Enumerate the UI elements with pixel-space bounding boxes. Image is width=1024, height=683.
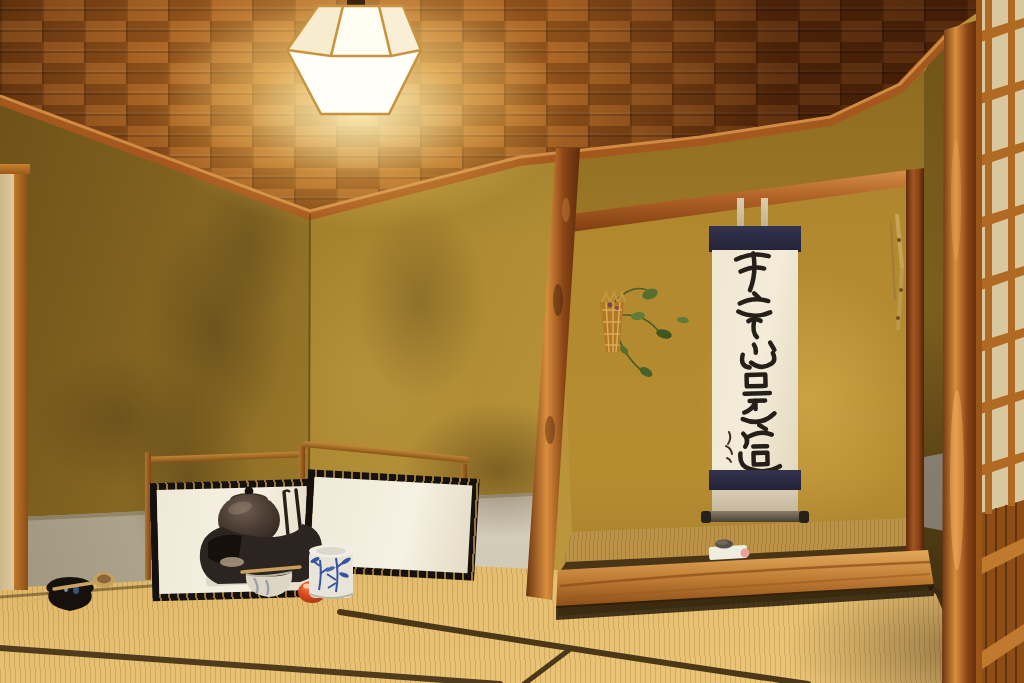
bamboo-hanger — [891, 214, 903, 330]
scroll-tail — [712, 490, 798, 512]
shoji-lattice-door — [976, 0, 1024, 683]
door-post — [942, 20, 978, 683]
ceiling-lantern — [283, 0, 425, 124]
tea-bowl — [240, 562, 304, 604]
alcove-right-post — [906, 168, 924, 560]
fusuma-top-rail — [0, 164, 30, 174]
pink-sweet — [741, 549, 750, 558]
platform-items — [704, 534, 764, 568]
hanging-scroll: 平常心是道 — [709, 212, 801, 528]
fusuma-frame — [14, 170, 28, 590]
shoji-paper — [978, 0, 1024, 514]
scroll-signature — [722, 430, 736, 464]
tokonoma-corner-post — [526, 148, 580, 600]
scroll-roller-knob — [799, 511, 809, 523]
hanging-flower-basket — [580, 272, 690, 402]
door-stile — [976, 0, 982, 683]
scroll-roller — [704, 511, 806, 522]
water-jar — [306, 542, 356, 604]
scroll-roller-knob — [701, 511, 711, 523]
tea-room-photo: 平常心是道 — [0, 0, 1024, 683]
scroll-paper: 平常心是道 — [712, 250, 798, 470]
lantern-bottom-face — [287, 50, 421, 114]
scroll-bottom-band — [709, 470, 801, 490]
jar-lid — [316, 547, 346, 555]
waste-water-bowl-group — [14, 568, 124, 620]
